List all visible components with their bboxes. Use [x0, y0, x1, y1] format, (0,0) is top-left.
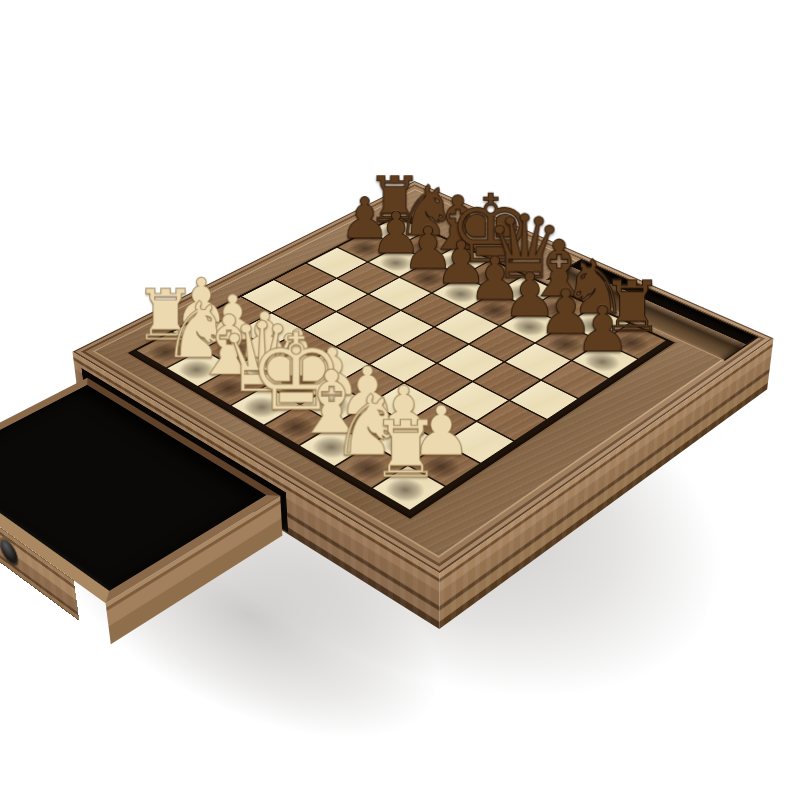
- product-photo-stage: ♜♞♝♚♛♝♞♜♟♟♟♟♟♟♟♟♟♟♟♟♟♟♟♟♜♞♝♛♚♝♞♜: [0, 0, 800, 800]
- drawer-knob[interactable]: [0, 535, 19, 568]
- white-rook[interactable]: ♜: [327, 410, 484, 489]
- black-pawn[interactable]: ♟: [531, 298, 673, 361]
- scene-3d: ♜♞♝♚♛♝♞♜♟♟♟♟♟♟♟♟♟♟♟♟♟♟♟♟♜♞♝♛♚♝♞♜: [0, 0, 800, 800]
- chess-box: ♜♞♝♚♛♝♞♜♟♟♟♟♟♟♟♟♟♟♟♟♟♟♟♟♜♞♝♛♚♝♞♜: [72, 181, 773, 573]
